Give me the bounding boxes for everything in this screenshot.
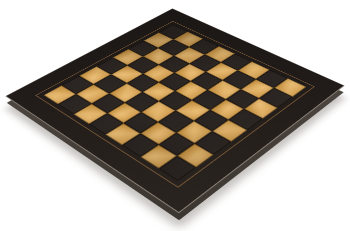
- chess-board-product-photo: [0, 0, 350, 231]
- board-scene: [51, 0, 298, 215]
- chess-board: [5, 9, 344, 214]
